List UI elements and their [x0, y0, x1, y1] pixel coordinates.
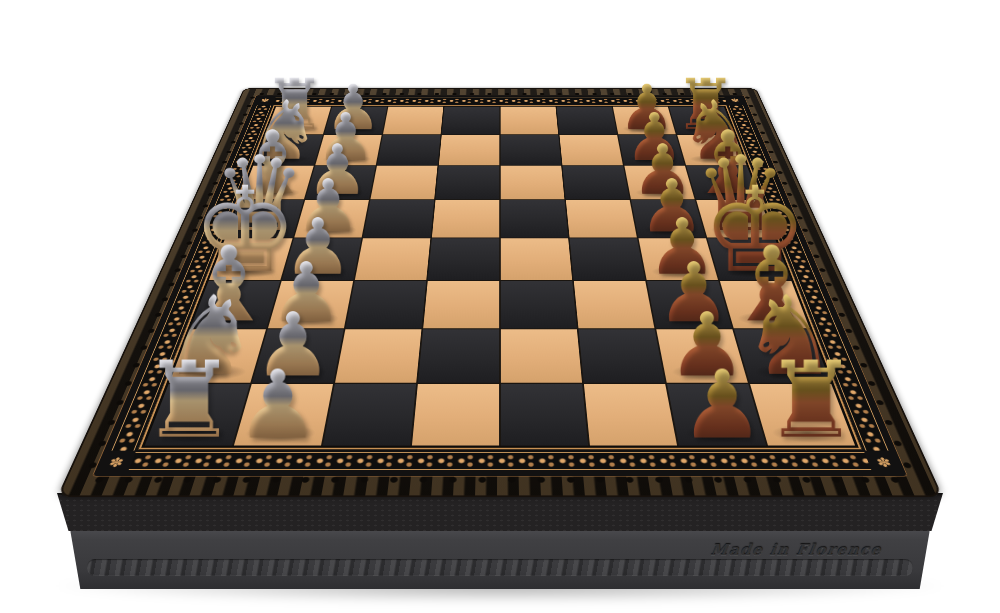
board-square[interactable]	[501, 281, 577, 328]
corner-rosette-icon: ✽	[726, 97, 744, 104]
board-slab-side	[57, 493, 943, 531]
board-square[interactable]	[501, 166, 565, 200]
white-pawn[interactable]: ♟	[235, 367, 320, 445]
board-square[interactable]	[501, 384, 588, 445]
black-pawn[interactable]: ♟	[680, 367, 765, 445]
board-square[interactable]: ♟	[234, 384, 333, 445]
board-square[interactable]	[501, 238, 572, 280]
board-square[interactable]	[377, 135, 440, 165]
board-square[interactable]	[423, 281, 499, 328]
board-square[interactable]: ♜	[750, 384, 855, 445]
board-square[interactable]: ♜	[145, 384, 250, 445]
board-square[interactable]	[346, 281, 427, 328]
board-square[interactable]	[559, 135, 622, 165]
board-square[interactable]	[383, 107, 443, 134]
board-square[interactable]	[436, 166, 500, 200]
stitch-dots-bottom	[93, 476, 908, 484]
board-square[interactable]	[418, 329, 499, 383]
board-square[interactable]	[566, 200, 637, 237]
board-square[interactable]: ♟	[667, 384, 766, 445]
arabesque-strip-bottom	[129, 452, 872, 470]
board-square[interactable]	[335, 329, 421, 383]
board-square[interactable]	[323, 384, 416, 445]
board-square[interactable]	[370, 166, 437, 200]
board-square[interactable]	[428, 238, 499, 280]
chess-board: ✽ ✽ ✽ ✽ ♜♟♟♜♞♟♟♞♝♟♟♝♛♟♟♛♚♟♟♚♝♟♟♝♞♟♟♞♜♟♟♜	[57, 88, 943, 497]
board-square[interactable]	[355, 238, 430, 280]
embossed-scroll-band	[87, 559, 913, 576]
made-in-florence-label: Made in Florence	[710, 541, 883, 559]
board-square[interactable]	[570, 238, 645, 280]
board-square[interactable]	[501, 200, 568, 237]
arabesque-strip-top	[273, 98, 727, 105]
corner-rosette-icon: ✽	[867, 453, 900, 472]
board-square[interactable]	[574, 281, 655, 328]
board-square[interactable]	[432, 200, 499, 237]
leather-base-box: Made in Florence	[70, 529, 930, 589]
board-square[interactable]	[439, 135, 500, 165]
board-square[interactable]	[584, 384, 677, 445]
board-square[interactable]	[412, 384, 499, 445]
board-square[interactable]	[557, 107, 617, 134]
corner-rosette-icon: ✽	[256, 97, 274, 104]
board-square[interactable]	[501, 135, 562, 165]
chess-set-photo: Made in Florence ✽ ✽ ✽ ✽ ♜♟♟♜♞♟♟♞♝♟♟♝♛♟♟…	[0, 0, 1000, 613]
board-square[interactable]	[501, 329, 582, 383]
stitch-dots-top	[258, 93, 742, 96]
board-square[interactable]	[579, 329, 665, 383]
board-square[interactable]	[442, 107, 500, 134]
board-square[interactable]	[563, 166, 630, 200]
board-square[interactable]	[501, 107, 559, 134]
board-square[interactable]	[363, 200, 434, 237]
